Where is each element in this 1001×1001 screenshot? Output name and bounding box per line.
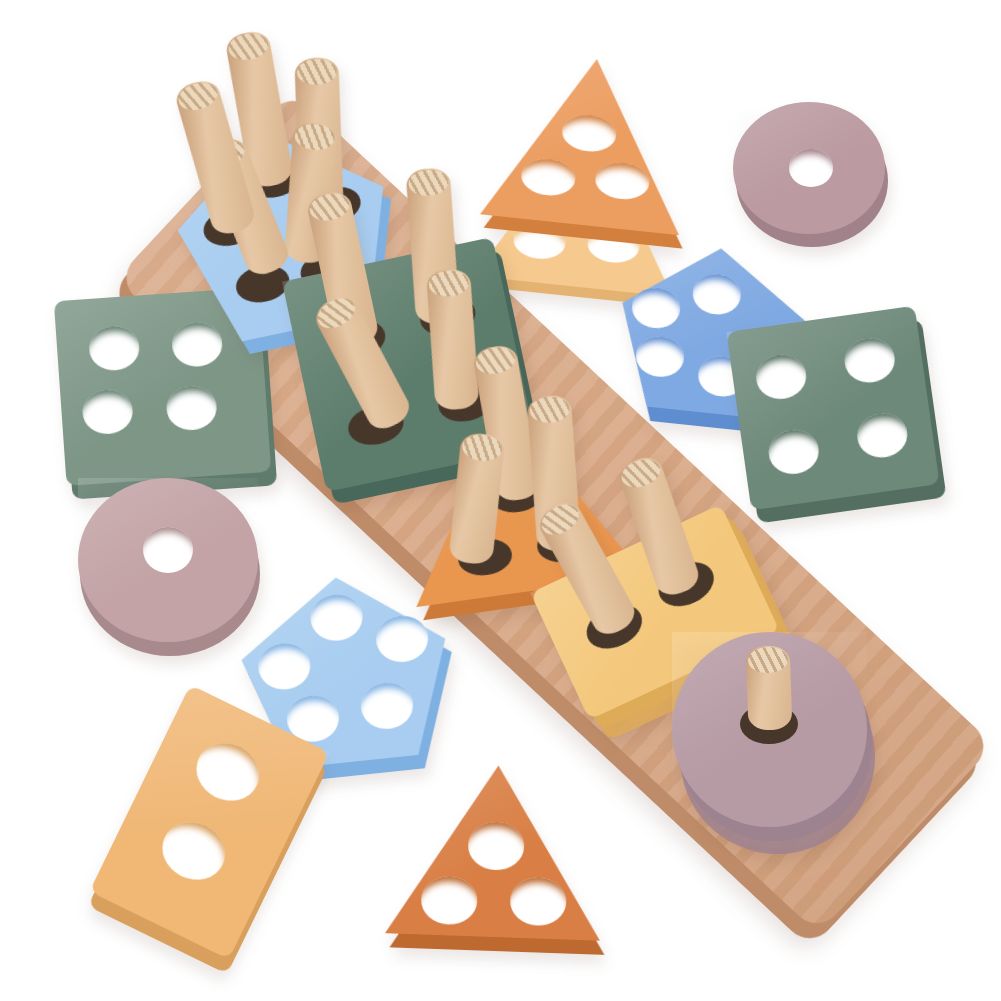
loose-mauve-ring-top-right[interactable] [733,102,885,234]
loose-mauve-ring-left[interactable] [78,478,258,642]
piece-face [726,306,939,511]
shape-hole [789,149,833,187]
shape-hole [143,527,193,573]
loose-green-square-right[interactable] [726,306,939,511]
stacked-mauve-circle[interactable] [672,632,867,827]
loose-orange-triangle-bottom[interactable] [385,758,606,940]
wooden-peg [746,645,793,730]
orange-triangle-layer[interactable] [480,45,697,235]
toy-scene [0,0,1001,1001]
